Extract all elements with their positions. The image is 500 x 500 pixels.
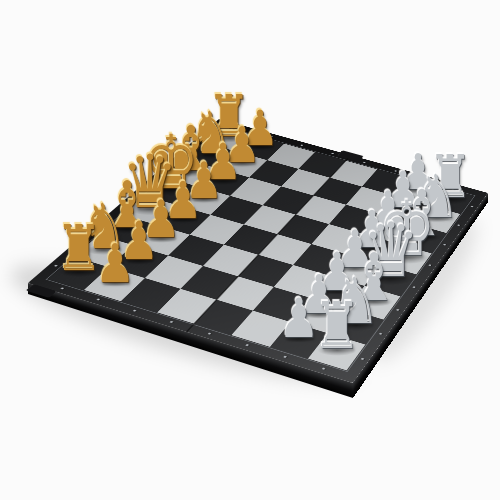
piece-silver-rook-a8[interactable]: ♜ xyxy=(308,295,366,360)
photo-stage: ♜♟♞♟♝♟♚♟♟♜♟♛♞♟♟♝♝♟♟♞♚♟♟♜♛♟♟♝♟♞♟♜ xyxy=(0,0,500,500)
piece-gold-pawn-a2[interactable]: ♟ xyxy=(91,237,139,290)
pawn-glyph: ♟ xyxy=(95,237,135,290)
rook-glyph: ♜ xyxy=(313,295,362,360)
pieces-layer: ♜♟♞♟♝♟♚♟♟♜♟♛♞♟♟♝♝♟♟♞♚♟♟♜♛♟♟♝♟♞♟♜ xyxy=(0,0,500,500)
